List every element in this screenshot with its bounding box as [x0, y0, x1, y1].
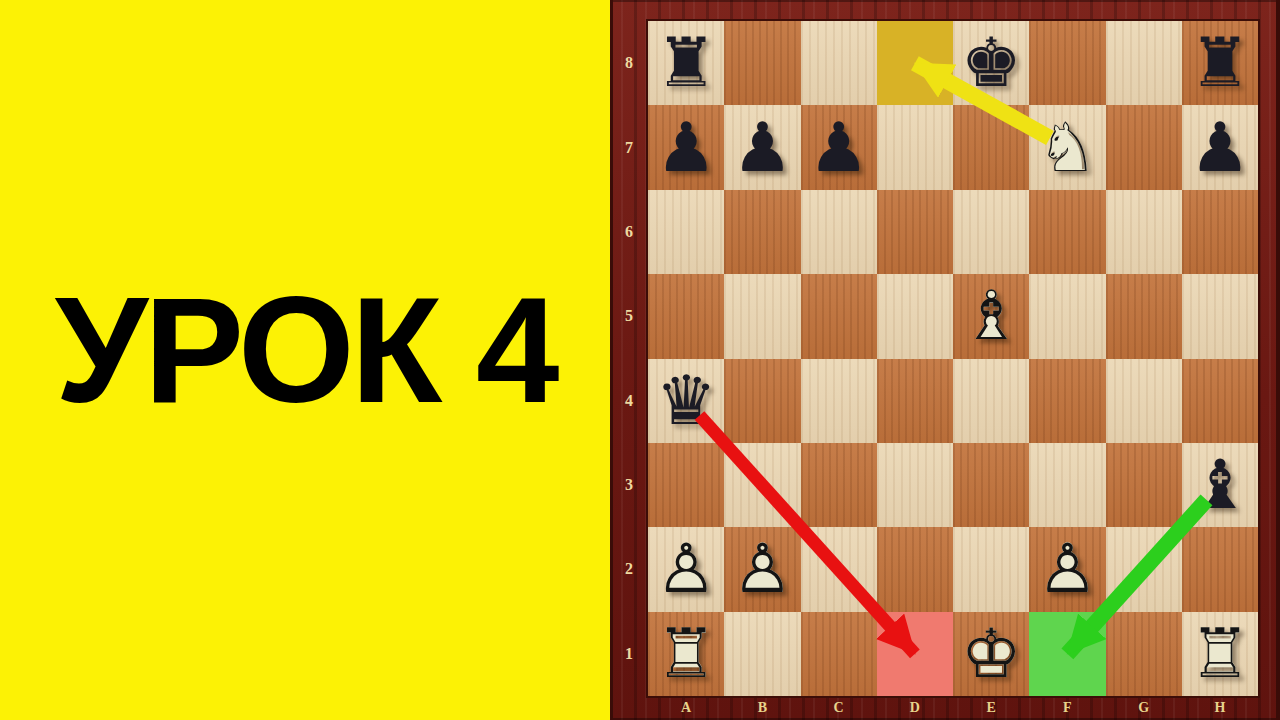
square-e8[interactable]: ♚	[953, 21, 1029, 105]
white-knight[interactable]: ♞♘	[1029, 105, 1105, 189]
file-label-A: A	[648, 696, 724, 720]
rank-label-8: 8	[610, 21, 648, 105]
square-g1[interactable]	[1106, 612, 1182, 696]
black-pawn[interactable]: ♟	[724, 105, 800, 189]
square-b3[interactable]	[724, 443, 800, 527]
black-queen[interactable]: ♛	[648, 359, 724, 443]
rank-label-6: 6	[610, 190, 648, 274]
square-h7[interactable]: ♟	[1182, 105, 1258, 189]
square-h6[interactable]	[1182, 190, 1258, 274]
black-bishop[interactable]: ♝	[1182, 443, 1258, 527]
rank-label-4: 4	[610, 359, 648, 443]
square-b8[interactable]	[724, 21, 800, 105]
square-b4[interactable]	[724, 359, 800, 443]
file-label-G: G	[1106, 696, 1182, 720]
square-f7[interactable]: ♞♘	[1029, 105, 1105, 189]
square-g8[interactable]	[1106, 21, 1182, 105]
white-rook[interactable]: ♜♖	[1182, 612, 1258, 696]
rank-label-1: 1	[610, 612, 648, 696]
square-c1[interactable]	[801, 612, 877, 696]
square-b1[interactable]	[724, 612, 800, 696]
file-label-H: H	[1182, 696, 1258, 720]
screenshot-stage: УРОК 4 87654321 ♜♚♜♟♟♟♞♘♟♝♗♛♝♟♙♟♙♟♙♜♖♚♔♜…	[0, 0, 1280, 720]
square-f4[interactable]	[1029, 359, 1105, 443]
lesson-panel: УРОК 4	[0, 0, 610, 720]
black-king[interactable]: ♚	[953, 21, 1029, 105]
square-b6[interactable]	[724, 190, 800, 274]
square-e2[interactable]	[953, 527, 1029, 611]
square-d8[interactable]	[877, 21, 953, 105]
square-b2[interactable]: ♟♙	[724, 527, 800, 611]
black-pawn[interactable]: ♟	[1182, 105, 1258, 189]
square-d6[interactable]	[877, 190, 953, 274]
square-c5[interactable]	[801, 274, 877, 358]
square-g7[interactable]	[1106, 105, 1182, 189]
square-a7[interactable]: ♟	[648, 105, 724, 189]
square-d4[interactable]	[877, 359, 953, 443]
square-c7[interactable]: ♟	[801, 105, 877, 189]
square-e6[interactable]	[953, 190, 1029, 274]
square-e4[interactable]	[953, 359, 1029, 443]
square-g5[interactable]	[1106, 274, 1182, 358]
square-c6[interactable]	[801, 190, 877, 274]
file-label-D: D	[877, 696, 953, 720]
square-f2[interactable]: ♟♙	[1029, 527, 1105, 611]
file-label-C: C	[801, 696, 877, 720]
square-b7[interactable]: ♟	[724, 105, 800, 189]
black-rook[interactable]: ♜	[1182, 21, 1258, 105]
square-d2[interactable]	[877, 527, 953, 611]
white-pawn[interactable]: ♟♙	[724, 527, 800, 611]
square-f6[interactable]	[1029, 190, 1105, 274]
file-label-E: E	[953, 696, 1029, 720]
square-e7[interactable]	[953, 105, 1029, 189]
square-h3[interactable]: ♝	[1182, 443, 1258, 527]
square-a6[interactable]	[648, 190, 724, 274]
square-g3[interactable]	[1106, 443, 1182, 527]
square-d3[interactable]	[877, 443, 953, 527]
square-c4[interactable]	[801, 359, 877, 443]
square-b5[interactable]	[724, 274, 800, 358]
lesson-title: УРОК 4	[49, 275, 562, 445]
rank-label-2: 2	[610, 527, 648, 611]
black-pawn[interactable]: ♟	[648, 105, 724, 189]
chess-board: ♜♚♜♟♟♟♞♘♟♝♗♛♝♟♙♟♙♟♙♜♖♚♔♜♖	[648, 21, 1258, 696]
square-d5[interactable]	[877, 274, 953, 358]
square-f3[interactable]	[1029, 443, 1105, 527]
file-label-B: B	[724, 696, 800, 720]
square-h1[interactable]: ♜♖	[1182, 612, 1258, 696]
square-g2[interactable]	[1106, 527, 1182, 611]
square-f5[interactable]	[1029, 274, 1105, 358]
white-rook[interactable]: ♜♖	[648, 612, 724, 696]
square-g6[interactable]	[1106, 190, 1182, 274]
square-a5[interactable]	[648, 274, 724, 358]
square-g4[interactable]	[1106, 359, 1182, 443]
square-e1[interactable]: ♚♔	[953, 612, 1029, 696]
square-a3[interactable]	[648, 443, 724, 527]
square-d7[interactable]	[877, 105, 953, 189]
rank-label-7: 7	[610, 105, 648, 189]
white-pawn[interactable]: ♟♙	[648, 527, 724, 611]
square-c8[interactable]	[801, 21, 877, 105]
square-c3[interactable]	[801, 443, 877, 527]
square-a1[interactable]: ♜♖	[648, 612, 724, 696]
rank-label-3: 3	[610, 443, 648, 527]
white-bishop[interactable]: ♝♗	[953, 274, 1029, 358]
square-f1[interactable]	[1029, 612, 1105, 696]
black-pawn[interactable]: ♟	[801, 105, 877, 189]
square-e3[interactable]	[953, 443, 1029, 527]
black-rook[interactable]: ♜	[648, 21, 724, 105]
rank-labels: 87654321	[610, 21, 648, 696]
white-pawn[interactable]: ♟♙	[1029, 527, 1105, 611]
square-f8[interactable]	[1029, 21, 1105, 105]
square-h8[interactable]: ♜	[1182, 21, 1258, 105]
rank-label-5: 5	[610, 274, 648, 358]
white-king[interactable]: ♚♔	[953, 612, 1029, 696]
square-h5[interactable]	[1182, 274, 1258, 358]
square-a8[interactable]: ♜	[648, 21, 724, 105]
square-h4[interactable]	[1182, 359, 1258, 443]
square-a2[interactable]: ♟♙	[648, 527, 724, 611]
square-d1[interactable]	[877, 612, 953, 696]
file-labels: ABCDEFGH	[648, 696, 1258, 720]
square-h2[interactable]	[1182, 527, 1258, 611]
square-a4[interactable]: ♛	[648, 359, 724, 443]
square-e5[interactable]: ♝♗	[953, 274, 1029, 358]
file-label-F: F	[1029, 696, 1105, 720]
square-c2[interactable]	[801, 527, 877, 611]
